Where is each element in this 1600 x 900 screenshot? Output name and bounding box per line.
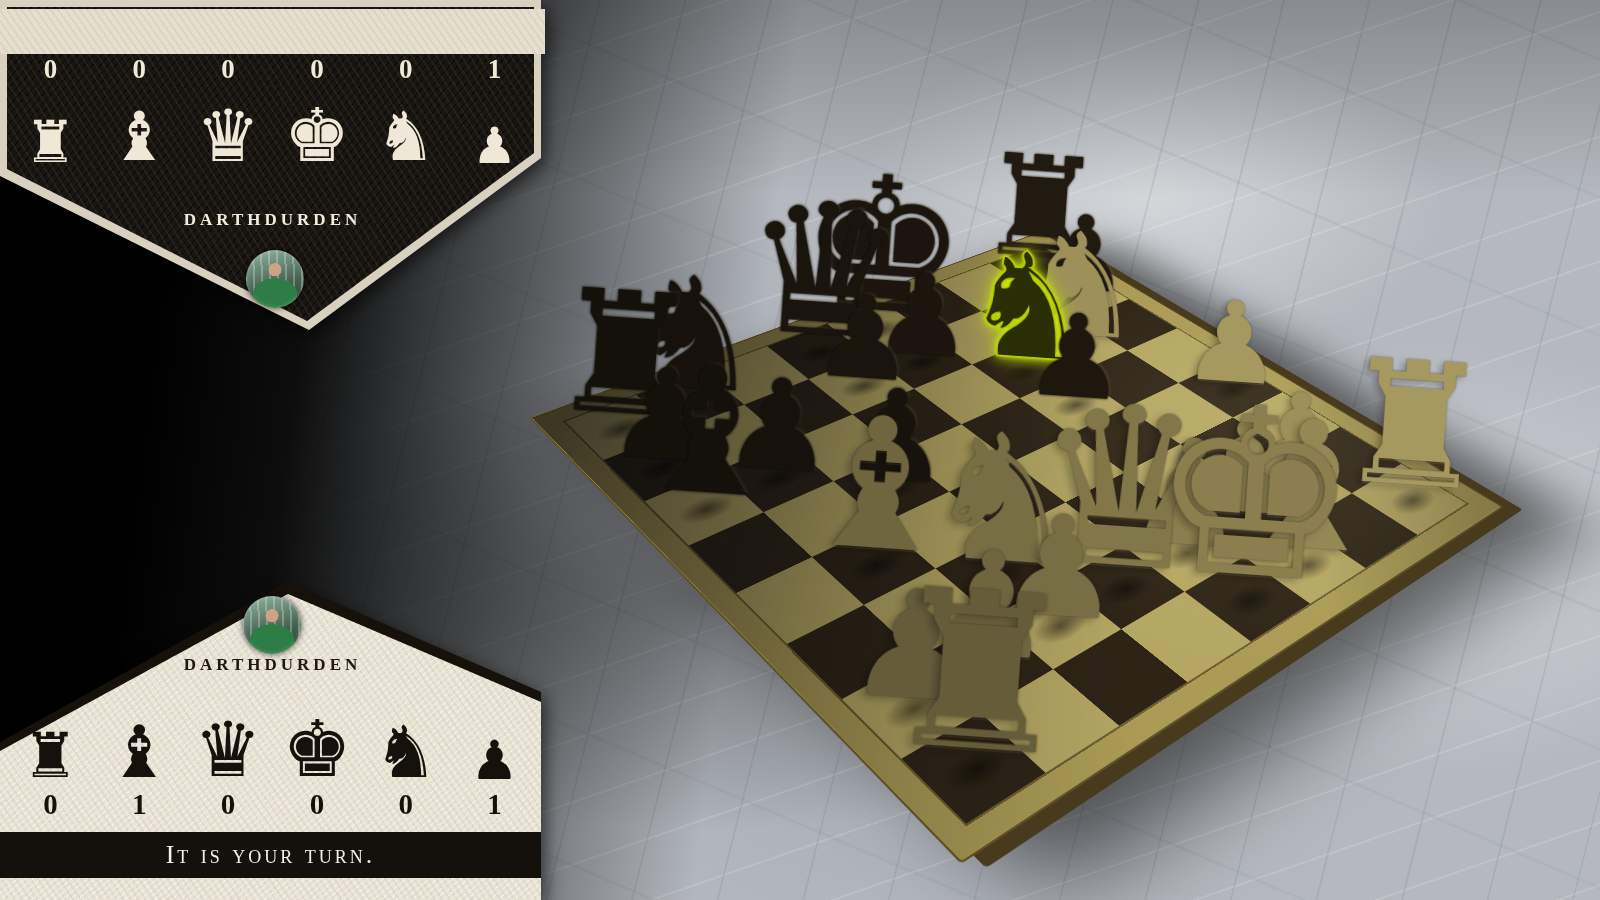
turn-banner-text: It is your turn. <box>166 840 376 870</box>
bottom-captured-icons: ♜ ♝ ♛ ♚ ♞ ♟ <box>6 700 539 786</box>
black-knight-icon: ♞ <box>361 718 450 786</box>
black-rook-icon: ♜ <box>6 727 95 786</box>
piece-white-king-e1[interactable]: ♚ <box>1142 371 1366 618</box>
board-scene: ♜♞♛♚♜♟♟♟♟♝♟♞♞♟♟♝♟♞♟♟♟♛♟♟♟♜♚♝♜ <box>594 44 1427 877</box>
top-captured-counts: 0 0 0 0 0 1 <box>6 54 539 85</box>
chess-app-screen: ♜♞♛♚♜♟♟♟♟♝♟♞♞♟♟♝♟♞♟♟♟♛♟♟♟♜♚♝♜ 0 0 0 0 0 … <box>0 0 1600 900</box>
square-a1[interactable]: ♜ <box>902 712 1046 823</box>
white-knight-icon: ♞ <box>361 105 450 170</box>
top-player-panel: 0 0 0 0 0 1 ♜ ♝ ♛ ♚ ♞ ♟ DARTHDURDEN <box>0 0 545 350</box>
top-player-name: DARTHDURDEN <box>0 210 545 230</box>
bottom-captured-counts: 0 1 0 0 0 1 <box>6 788 539 821</box>
white-pawn-icon: ♟ <box>450 123 539 171</box>
count-black-bishop: 1 <box>95 788 184 821</box>
count-white-knight: 0 <box>361 54 450 85</box>
count-white-king: 0 <box>272 54 361 85</box>
white-bishop-icon: ♝ <box>95 105 184 170</box>
bottom-player-name: DARTHDURDEN <box>0 655 545 675</box>
count-black-knight: 0 <box>361 788 450 821</box>
top-panel-header-strip <box>0 9 545 54</box>
white-king-icon: ♚ <box>272 100 361 170</box>
count-white-bishop: 0 <box>95 54 184 85</box>
turn-banner: It is your turn. <box>0 832 541 878</box>
white-queen-icon: ♛ <box>184 102 273 170</box>
top-player-avatar[interactable] <box>246 250 304 308</box>
count-black-king: 0 <box>272 788 361 821</box>
count-black-queen: 0 <box>184 788 273 821</box>
count-white-pawn: 1 <box>450 54 539 85</box>
top-captured-icons: ♜ ♝ ♛ ♚ ♞ ♟ <box>6 84 539 170</box>
bottom-player-panel: DARTHDURDEN ♜ ♝ ♛ ♚ ♞ ♟ 0 1 0 0 0 1 It i… <box>0 552 545 900</box>
black-pawn-icon: ♟ <box>450 735 539 786</box>
count-white-rook: 0 <box>6 54 95 85</box>
bottom-player-avatar[interactable] <box>243 596 301 654</box>
black-king-icon: ♚ <box>272 712 361 786</box>
count-white-queen: 0 <box>184 54 273 85</box>
board-grid: ♜♞♛♚♜♟♟♟♟♝♟♞♞♟♟♝♟♞♟♟♟♛♟♟♟♜♚♝♜ <box>565 245 1466 823</box>
count-black-rook: 0 <box>6 788 95 821</box>
piece-white-rook-a1[interactable]: ♜ <box>875 557 1085 788</box>
piece-black-bishop-a6[interactable]: ♝ <box>625 339 794 524</box>
black-queen-icon: ♛ <box>184 714 273 786</box>
count-black-pawn: 1 <box>450 788 539 821</box>
white-rook-icon: ♜ <box>6 115 95 170</box>
black-bishop-icon: ♝ <box>95 718 184 786</box>
chess-board[interactable]: ♜♞♛♚♜♟♟♟♟♝♟♞♞♟♟♝♟♞♟♟♟♛♟♟♟♜♚♝♜ <box>529 231 1503 864</box>
